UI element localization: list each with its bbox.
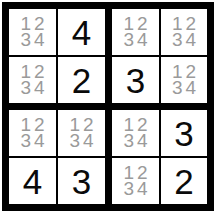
cell-r3c3[interactable]: 12 34 (112, 110, 161, 158)
cell-value: 4 (23, 164, 42, 199)
sudoku-page: 12 34 4 12 34 12 34 (0, 0, 217, 215)
pencil-marks: 12 34 (120, 165, 150, 197)
cell-r2c3[interactable]: 3 (112, 57, 161, 110)
cell-r3c1[interactable]: 12 34 (9, 110, 58, 158)
cell-r3c2[interactable]: 12 34 (58, 110, 112, 158)
pencil-line-bottom: 34 (120, 181, 150, 197)
cell-r1c2[interactable]: 4 (58, 9, 112, 57)
cell-value: 4 (72, 15, 91, 50)
pencil-marks: 12 34 (17, 64, 47, 96)
pencil-marks: 12 34 (169, 16, 199, 48)
pencil-line-bottom: 34 (66, 133, 96, 149)
pencil-marks: 12 34 (120, 16, 150, 48)
cell-r1c3[interactable]: 12 34 (112, 9, 161, 57)
pencil-line-bottom: 34 (17, 133, 47, 149)
pencil-line-bottom: 34 (120, 32, 150, 48)
pencil-line-bottom: 34 (169, 32, 199, 48)
cell-r2c2[interactable]: 2 (58, 57, 112, 110)
cell-r4c3[interactable]: 12 34 (112, 158, 161, 204)
cell-r4c1[interactable]: 4 (9, 158, 58, 204)
pencil-marks: 12 34 (169, 64, 199, 96)
cell-r1c4[interactable]: 12 34 (161, 9, 207, 57)
cell-value: 3 (174, 116, 193, 151)
cell-value: 2 (174, 164, 193, 199)
cell-value: 3 (72, 164, 91, 199)
cell-r4c4[interactable]: 2 (161, 158, 207, 204)
sudoku-board: 12 34 4 12 34 12 34 (2, 2, 214, 211)
cell-r3c4[interactable]: 3 (161, 110, 207, 158)
pencil-line-bottom: 34 (17, 32, 47, 48)
pencil-line-bottom: 34 (120, 133, 150, 149)
pencil-marks: 12 34 (17, 16, 47, 48)
pencil-marks: 12 34 (17, 117, 47, 149)
pencil-marks: 12 34 (120, 117, 150, 149)
cell-r2c4[interactable]: 12 34 (161, 57, 207, 110)
pencil-line-bottom: 34 (17, 80, 47, 96)
pencil-line-bottom: 34 (169, 80, 199, 96)
cell-r2c1[interactable]: 12 34 (9, 57, 58, 110)
cell-value: 3 (126, 63, 145, 98)
cell-r4c2[interactable]: 3 (58, 158, 112, 204)
cell-r1c1[interactable]: 12 34 (9, 9, 58, 57)
cell-value: 2 (72, 63, 91, 98)
pencil-marks: 12 34 (66, 117, 96, 149)
